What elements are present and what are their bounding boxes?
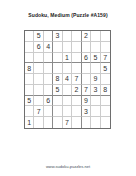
cell-r3c3 — [44, 53, 53, 64]
cell-r1c9 — [101, 31, 110, 42]
cell-r1c8 — [91, 31, 100, 42]
cell-r2c8 — [91, 42, 100, 53]
cell-r4c1: 8 — [25, 63, 34, 74]
cell-r7c3: 6 — [44, 96, 53, 107]
cell-r7c8 — [91, 96, 100, 107]
cell-r9c6 — [72, 117, 81, 128]
cell-r1c1 — [25, 31, 34, 42]
cell-r9c4 — [53, 117, 62, 128]
cell-r1c3 — [44, 31, 53, 42]
cell-r1c6 — [72, 31, 81, 42]
cell-r9c8 — [91, 117, 100, 128]
cell-r6c5 — [63, 85, 72, 96]
cell-r5c2 — [34, 74, 43, 85]
cell-r5c5: 4 — [63, 74, 72, 85]
cell-r9c1: 1 — [25, 117, 34, 128]
cell-r8c4 — [53, 106, 62, 117]
cell-r1c7: 2 — [82, 31, 91, 42]
sudoku-board: 532641657858479527385697317 — [24, 30, 111, 129]
cell-r2c3: 4 — [44, 42, 53, 53]
cell-r4c3 — [44, 63, 53, 74]
cell-r6c1 — [25, 85, 34, 96]
cell-r8c3 — [44, 106, 53, 117]
cell-r8c1 — [25, 106, 34, 117]
cell-r9c7 — [82, 117, 91, 128]
cell-r3c5: 1 — [63, 53, 72, 64]
cell-r4c2 — [34, 63, 43, 74]
cell-r6c6: 2 — [72, 85, 81, 96]
cell-r7c7: 9 — [82, 96, 91, 107]
cell-r1c2: 5 — [34, 31, 43, 42]
cell-r4c5 — [63, 63, 72, 74]
cell-r5c9 — [101, 74, 110, 85]
cell-r7c1: 5 — [25, 96, 34, 107]
cell-r7c6 — [72, 96, 81, 107]
cell-r3c1 — [25, 53, 34, 64]
cell-r8c2: 7 — [34, 106, 43, 117]
cell-r5c7 — [82, 74, 91, 85]
cell-r1c4: 3 — [53, 31, 62, 42]
cell-r7c5 — [63, 96, 72, 107]
cell-r4c8 — [91, 63, 100, 74]
cell-r6c9: 8 — [101, 85, 110, 96]
cell-r5c8: 9 — [91, 74, 100, 85]
cell-r1c5 — [63, 31, 72, 42]
cell-r3c9: 7 — [101, 53, 110, 64]
cell-r2c1 — [25, 42, 34, 53]
cell-r9c9 — [101, 117, 110, 128]
cell-r4c7 — [82, 63, 91, 74]
cell-r9c5: 7 — [63, 117, 72, 128]
footer-url: www.sudoku-puzzles.net — [0, 164, 136, 169]
cell-r2c9 — [101, 42, 110, 53]
cell-r5c6: 7 — [72, 74, 81, 85]
cell-r8c7: 3 — [82, 106, 91, 117]
cell-r6c4: 5 — [53, 85, 62, 96]
page-title: Sudoku, Medium (Puzzle #A159) — [0, 12, 136, 18]
cell-r5c1 — [25, 74, 34, 85]
cell-r3c8: 5 — [91, 53, 100, 64]
cell-r3c4 — [53, 53, 62, 64]
cell-r2c5 — [63, 42, 72, 53]
cell-r4c4 — [53, 63, 62, 74]
cell-r6c8: 3 — [91, 85, 100, 96]
cell-r8c8 — [91, 106, 100, 117]
cell-r2c2: 6 — [34, 42, 43, 53]
cell-r8c5 — [63, 106, 72, 117]
cell-r6c2 — [34, 85, 43, 96]
cell-r6c3 — [44, 85, 53, 96]
cell-r2c4 — [53, 42, 62, 53]
cell-r2c7 — [82, 42, 91, 53]
cell-r6c7: 7 — [82, 85, 91, 96]
cell-r3c6 — [72, 53, 81, 64]
cell-r3c7: 6 — [82, 53, 91, 64]
cell-r8c9 — [101, 106, 110, 117]
cell-r9c3 — [44, 117, 53, 128]
cell-r5c3 — [44, 74, 53, 85]
cell-r9c2 — [34, 117, 43, 128]
cell-r4c9: 5 — [101, 63, 110, 74]
cell-r3c2 — [34, 53, 43, 64]
cell-r2c6 — [72, 42, 81, 53]
cell-r4c6 — [72, 63, 81, 74]
cell-r7c9 — [101, 96, 110, 107]
cell-r5c4: 8 — [53, 74, 62, 85]
cell-r7c2 — [34, 96, 43, 107]
cell-r7c4 — [53, 96, 62, 107]
cell-r8c6 — [72, 106, 81, 117]
